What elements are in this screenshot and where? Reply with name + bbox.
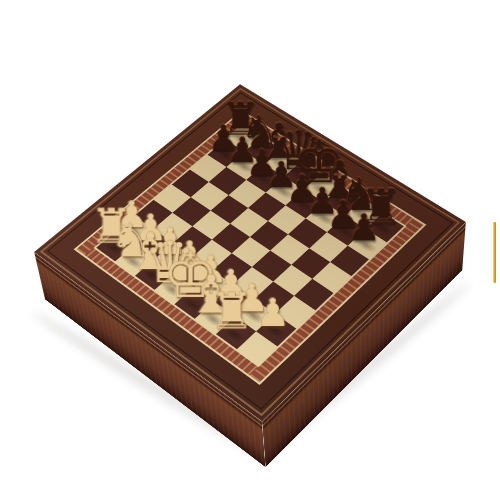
product-photo: ♜♞♝♛♚♝♞♜♟♟♟♟♟♟♟♟♟♟♟♟♟♟♟♟♜♞♝♛♚♝♜	[0, 0, 500, 500]
chess-box: ♜♞♝♛♚♝♞♜♟♟♟♟♟♟♟♟♟♟♟♟♟♟♟♟♜♞♝♛♚♝♜	[34, 84, 466, 421]
right-edge-marker	[493, 222, 496, 283]
scene: ♜♞♝♛♚♝♞♜♟♟♟♟♟♟♟♟♟♟♟♟♟♟♟♟♜♞♝♛♚♝♜	[0, 0, 500, 500]
